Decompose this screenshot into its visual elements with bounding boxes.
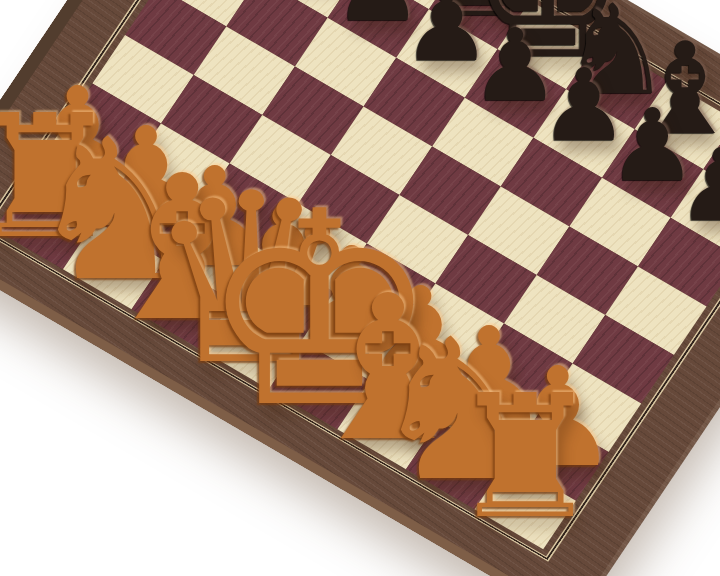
chess-set-photo: ♜♞♝♛♚♞♝♜♟♟♟♟♟♟♟♟♟♟♟♟♟♟♟♟♜♞♝♛♚♝♞♜: [0, 0, 720, 576]
piece-black-pawn-h7[interactable]: ♟: [676, 136, 720, 236]
piece-white-rook-h1[interactable]: ♜: [449, 372, 601, 542]
